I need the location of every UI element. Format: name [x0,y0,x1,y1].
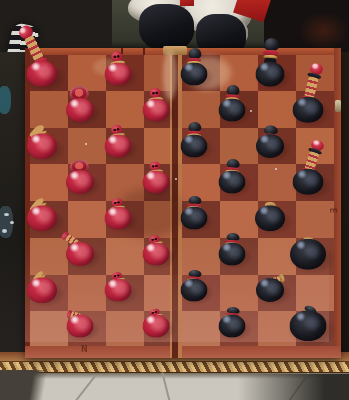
piece-base [143,243,170,266]
piece-base [27,133,57,159]
piece-base [219,99,246,122]
chess-board: N E [25,48,341,358]
piece-base [27,205,57,231]
piece-base [219,243,246,266]
floor-speck [10,221,14,224]
piece-base [181,279,208,302]
floor-speck [2,229,7,233]
background-right-strip [341,52,349,364]
piece-base [105,207,132,230]
floor-shadow-left [0,370,80,400]
piece-base [67,315,94,338]
piece-base [256,278,284,302]
pieces-layer [25,48,341,358]
piece-base [105,279,132,302]
piece-base [143,171,170,194]
piece-base [143,99,170,122]
piece-base [255,205,285,231]
piece-base [143,315,170,338]
piece-base [256,62,285,87]
floor-speck [4,213,9,216]
piece-base [66,170,94,194]
background-red-glow [298,12,349,50]
piece-base [219,171,246,194]
piece-base [181,207,208,230]
floor-shadow-right [238,374,349,400]
teal-object [0,86,11,114]
tallcap-part [263,37,279,51]
piece-base [219,315,246,338]
piece-base [66,98,94,122]
piece-base [66,242,94,266]
piece-base [105,63,132,86]
piece-base [181,135,208,158]
piece-base [27,277,57,303]
piece-base [181,63,208,86]
photo-chess-scene: N E [0,0,349,400]
piece-base [105,135,132,158]
santa-red-suit-small [180,0,194,6]
piece-base [290,239,326,270]
piece-base [256,134,284,158]
